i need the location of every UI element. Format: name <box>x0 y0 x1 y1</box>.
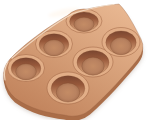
cup-floor <box>74 17 94 31</box>
muffin-cup-3 <box>66 9 102 33</box>
muffin-cup-6 <box>102 28 140 57</box>
cup-floor <box>16 64 37 80</box>
product-photo-stage <box>0 0 150 120</box>
cup-floor <box>44 40 65 56</box>
cup-floor <box>110 37 131 54</box>
muffin-pan-photo <box>0 0 150 120</box>
muffin-cup-4 <box>47 72 89 104</box>
muffin-cup-1 <box>8 55 45 82</box>
cup-floor <box>82 57 104 75</box>
cup-floor <box>56 83 80 102</box>
